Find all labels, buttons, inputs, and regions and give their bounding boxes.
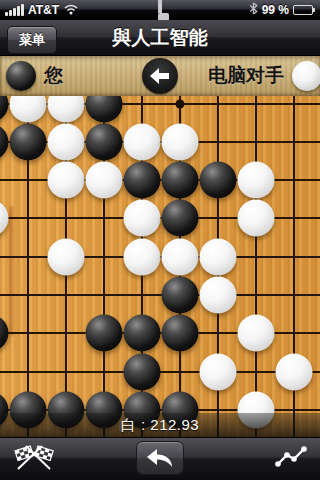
signal-strength-icon [5, 4, 24, 16]
stone-black [162, 162, 199, 199]
stone-white [276, 353, 313, 390]
wifi-icon [63, 3, 79, 18]
stone-white [86, 162, 123, 199]
stone-black [162, 315, 199, 352]
undo-button[interactable] [136, 441, 184, 475]
left-player-label: 您 [44, 63, 63, 89]
bluetooth-icon [249, 2, 258, 18]
checkered-flags-icon [12, 442, 56, 472]
stone-black [162, 277, 199, 314]
stone-black [0, 123, 9, 160]
stone-black [124, 353, 161, 390]
right-player-label: 电脑对手 [208, 63, 284, 89]
stone-black [0, 315, 9, 352]
stone-black [124, 162, 161, 199]
grid-line-horizontal [0, 294, 320, 296]
stone-white [48, 162, 85, 199]
menu-button[interactable]: 菜单 [7, 26, 57, 54]
stone-white [238, 162, 275, 199]
right-player: 电脑对手 [200, 56, 320, 96]
stone-white [124, 238, 161, 275]
battery-icon [293, 5, 315, 15]
white-stone-icon [292, 61, 320, 91]
stone-black [124, 315, 161, 352]
back-button[interactable] [142, 58, 178, 94]
left-arrow-icon [150, 68, 170, 84]
stone-white [0, 200, 9, 237]
finish-game-button[interactable] [12, 442, 56, 476]
stone-white [200, 277, 237, 314]
stone-white [162, 238, 199, 275]
go-board[interactable] [0, 96, 320, 437]
status-bar: AT&T 99 % [0, 0, 320, 20]
stone-black [10, 123, 47, 160]
stone-white [200, 238, 237, 275]
moves-graph-icon [274, 445, 308, 469]
stone-white [124, 200, 161, 237]
moves-graph-button[interactable] [274, 445, 308, 473]
grid-line-vertical [255, 96, 257, 437]
score-text: 白 : 212.93 [121, 416, 199, 435]
black-stone-icon [6, 61, 36, 91]
carrier-label: AT&T [28, 3, 59, 17]
stone-white [48, 123, 85, 160]
stone-white [124, 123, 161, 160]
stone-white [200, 353, 237, 390]
stone-black [162, 200, 199, 237]
score-band: 白 : 212.93 [0, 413, 320, 437]
navigation-bar: 菜单 與人工智能 [0, 20, 320, 56]
stone-black [86, 96, 123, 122]
stone-black [86, 123, 123, 160]
stone-black [86, 315, 123, 352]
stone-white [48, 238, 85, 275]
stone-black [0, 96, 9, 122]
stone-white [162, 123, 199, 160]
undo-arrow-icon [146, 447, 174, 469]
page-title: 與人工智能 [113, 25, 208, 51]
stone-white [48, 96, 85, 122]
stone-white [10, 96, 47, 122]
wood-grain-streak [10, 206, 13, 336]
stone-black [200, 162, 237, 199]
star-point [176, 99, 185, 108]
lock-icon [158, 0, 169, 21]
stone-white [238, 200, 275, 237]
battery-percent-label: 99 % [262, 3, 289, 17]
stone-white [238, 315, 275, 352]
